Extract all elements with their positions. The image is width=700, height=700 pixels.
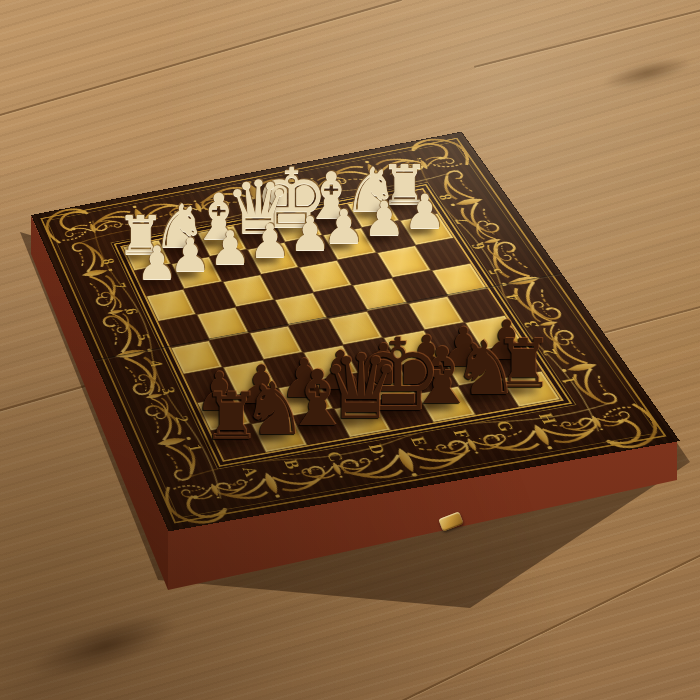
wood-knot [599,51,697,95]
table-plank-seam [0,0,402,119]
wood-knot [27,603,183,689]
table-plank-seam [587,300,700,338]
